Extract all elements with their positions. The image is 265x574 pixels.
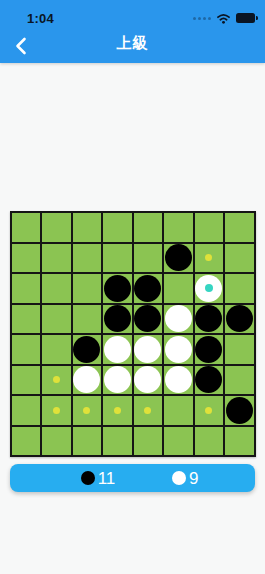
status-icons bbox=[193, 13, 257, 24]
othello-board bbox=[10, 211, 256, 457]
legal-move-hint-dot bbox=[205, 407, 212, 414]
board-cell-d6[interactable] bbox=[102, 365, 133, 396]
board-cell-g3[interactable] bbox=[194, 273, 225, 304]
board-cell-d1[interactable] bbox=[102, 212, 133, 243]
board-cell-g2[interactable] bbox=[194, 243, 225, 274]
board-cell-a7[interactable] bbox=[11, 395, 42, 426]
board-cell-c5[interactable] bbox=[72, 334, 103, 365]
board-cell-e3[interactable] bbox=[133, 273, 164, 304]
board-cell-g7[interactable] bbox=[194, 395, 225, 426]
board-cell-f7[interactable] bbox=[163, 395, 194, 426]
board-cell-b7[interactable] bbox=[41, 395, 72, 426]
black-disc bbox=[134, 305, 161, 332]
board-cell-c3[interactable] bbox=[72, 273, 103, 304]
board-cell-h6[interactable] bbox=[224, 365, 255, 396]
page-title: 上級 bbox=[0, 34, 265, 53]
board-cell-h7[interactable] bbox=[224, 395, 255, 426]
board-cell-e8[interactable] bbox=[133, 426, 164, 457]
white-disc-icon bbox=[172, 471, 186, 485]
board-cell-d8[interactable] bbox=[102, 426, 133, 457]
board-cell-b1[interactable] bbox=[41, 212, 72, 243]
white-score: 9 bbox=[172, 470, 198, 487]
black-score: 11 bbox=[81, 470, 116, 487]
board-cell-a8[interactable] bbox=[11, 426, 42, 457]
board-cell-d3[interactable] bbox=[102, 273, 133, 304]
board-cell-c1[interactable] bbox=[72, 212, 103, 243]
white-disc bbox=[165, 336, 192, 363]
board-cell-e1[interactable] bbox=[133, 212, 164, 243]
board-cell-h5[interactable] bbox=[224, 334, 255, 365]
wifi-icon bbox=[216, 13, 231, 24]
board-cell-g5[interactable] bbox=[194, 334, 225, 365]
battery-icon bbox=[236, 13, 255, 23]
board-cell-a6[interactable] bbox=[11, 365, 42, 396]
legal-move-hint-dot bbox=[53, 407, 60, 414]
board-cell-d5[interactable] bbox=[102, 334, 133, 365]
board-cell-f6[interactable] bbox=[163, 365, 194, 396]
black-disc bbox=[165, 244, 192, 271]
status-time: 1:04 bbox=[27, 11, 54, 26]
navigation-bar: 上級 bbox=[0, 30, 265, 63]
board-cell-f8[interactable] bbox=[163, 426, 194, 457]
board-cell-b8[interactable] bbox=[41, 426, 72, 457]
board-cell-g1[interactable] bbox=[194, 212, 225, 243]
black-disc bbox=[226, 397, 253, 424]
black-disc bbox=[226, 305, 253, 332]
legal-move-hint-dot bbox=[144, 407, 151, 414]
white-disc bbox=[165, 366, 192, 393]
board-cell-b2[interactable] bbox=[41, 243, 72, 274]
board-cell-h3[interactable] bbox=[224, 273, 255, 304]
board-cell-a5[interactable] bbox=[11, 334, 42, 365]
board-cell-b3[interactable] bbox=[41, 273, 72, 304]
board-cell-e5[interactable] bbox=[133, 334, 164, 365]
white-disc bbox=[165, 305, 192, 332]
white-disc bbox=[195, 275, 222, 302]
board-cell-b4[interactable] bbox=[41, 304, 72, 335]
white-disc bbox=[134, 336, 161, 363]
board-cell-d2[interactable] bbox=[102, 243, 133, 274]
board-cell-h1[interactable] bbox=[224, 212, 255, 243]
legal-move-hint-dot bbox=[205, 254, 212, 261]
status-bar: 1:04 bbox=[0, 0, 265, 30]
board-cell-e7[interactable] bbox=[133, 395, 164, 426]
board-cell-f3[interactable] bbox=[163, 273, 194, 304]
black-disc bbox=[195, 305, 222, 332]
board-cell-c7[interactable] bbox=[72, 395, 103, 426]
board-cell-g4[interactable] bbox=[194, 304, 225, 335]
board-cell-f2[interactable] bbox=[163, 243, 194, 274]
board-cell-c8[interactable] bbox=[72, 426, 103, 457]
black-score-value: 11 bbox=[98, 470, 116, 487]
white-score-value: 9 bbox=[189, 470, 198, 487]
board-cell-h8[interactable] bbox=[224, 426, 255, 457]
board-cell-a1[interactable] bbox=[11, 212, 42, 243]
board-cell-a4[interactable] bbox=[11, 304, 42, 335]
legal-move-hint-dot bbox=[83, 407, 90, 414]
board-cell-g6[interactable] bbox=[194, 365, 225, 396]
board-cell-e4[interactable] bbox=[133, 304, 164, 335]
board-cell-g8[interactable] bbox=[194, 426, 225, 457]
board-cell-d4[interactable] bbox=[102, 304, 133, 335]
board-cell-b5[interactable] bbox=[41, 334, 72, 365]
black-disc bbox=[73, 336, 100, 363]
board-cell-b6[interactable] bbox=[41, 365, 72, 396]
white-disc bbox=[104, 336, 131, 363]
white-disc bbox=[73, 366, 100, 393]
header: 1:04 上級 bbox=[0, 0, 265, 63]
last-move-marker bbox=[205, 284, 213, 292]
board-cell-f1[interactable] bbox=[163, 212, 194, 243]
black-disc bbox=[195, 366, 222, 393]
board-cell-e2[interactable] bbox=[133, 243, 164, 274]
board-cell-h2[interactable] bbox=[224, 243, 255, 274]
board-cell-d7[interactable] bbox=[102, 395, 133, 426]
white-disc bbox=[104, 366, 131, 393]
board-cell-f4[interactable] bbox=[163, 304, 194, 335]
board-cell-c6[interactable] bbox=[72, 365, 103, 396]
black-disc bbox=[134, 275, 161, 302]
legal-move-hint-dot bbox=[53, 376, 60, 383]
board-cell-a2[interactable] bbox=[11, 243, 42, 274]
white-disc bbox=[134, 366, 161, 393]
cellular-signal-icon bbox=[193, 17, 211, 20]
board-cell-h4[interactable] bbox=[224, 304, 255, 335]
legal-move-hint-dot bbox=[114, 407, 121, 414]
black-disc bbox=[104, 305, 131, 332]
black-disc-icon bbox=[81, 471, 95, 485]
board-cell-f5[interactable] bbox=[163, 334, 194, 365]
black-disc bbox=[195, 336, 222, 363]
board-cell-a3[interactable] bbox=[11, 273, 42, 304]
black-disc bbox=[104, 275, 131, 302]
board-cell-e6[interactable] bbox=[133, 365, 164, 396]
score-bar: 11 9 bbox=[10, 464, 255, 492]
board-cell-c2[interactable] bbox=[72, 243, 103, 274]
board-cell-c4[interactable] bbox=[72, 304, 103, 335]
